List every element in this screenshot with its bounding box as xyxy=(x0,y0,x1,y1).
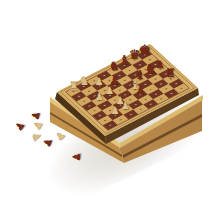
loose-dark-pawn: ♟ xyxy=(30,110,42,121)
loose-light-pawn: ♟ xyxy=(32,119,45,132)
loose-dark-pawn: ♟ xyxy=(14,120,27,133)
chess-set-photo: ♜♞♞♝♛♚♟♟♟♟♝♞♟♝♟♟♜♟♟♟♟♟♟♟♟♟ xyxy=(0,0,215,215)
